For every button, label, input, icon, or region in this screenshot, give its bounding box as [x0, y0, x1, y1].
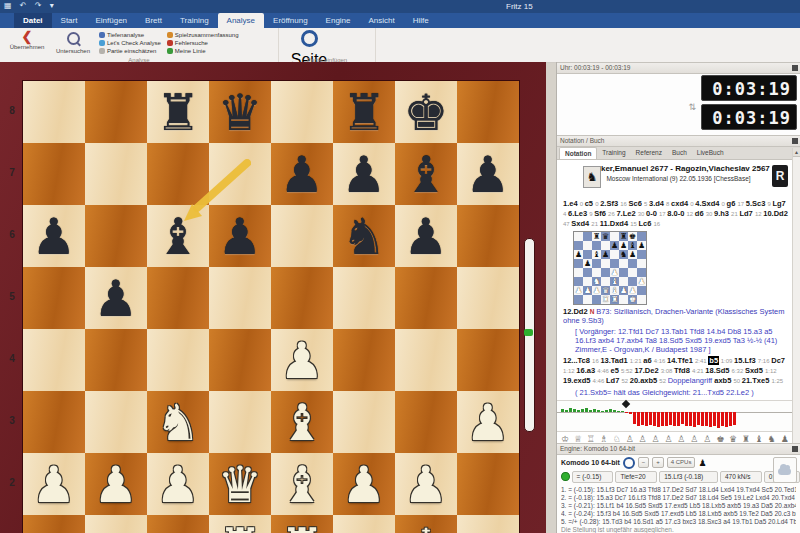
move-time: 3:08 — [661, 368, 674, 374]
square-f1[interactable] — [619, 295, 628, 304]
move-text[interactable]: 10.Dd2 — [763, 209, 788, 218]
square-a3[interactable] — [574, 277, 583, 286]
piece-black-pawn[interactable]: ♟ — [619, 241, 628, 250]
move-time: 1:12 — [563, 368, 576, 374]
more-lines-button[interactable]: + — [652, 457, 664, 468]
piece-white-pawn[interactable]: ♟ — [23, 453, 85, 515]
cloud-engine-button[interactable] — [773, 457, 797, 483]
move-text[interactable]: ( 21.Sxb5= hält das Gleichgewicht: 21...… — [575, 388, 754, 397]
tab-start[interactable]: Start — [52, 13, 87, 28]
piece-white-queen[interactable]: ♛ — [209, 453, 271, 515]
square-a7[interactable] — [23, 143, 85, 205]
current-move[interactable]: b5 — [708, 356, 719, 365]
piece-black-knight[interactable]: ♞ — [333, 205, 395, 267]
square-g2[interactable]: ♟ — [628, 286, 637, 295]
square-c3[interactable]: ♞ — [147, 391, 209, 453]
move-text[interactable]: [ Vorgänger: 12.Tfd1 Dc7 13.Tab1 Tfd8 14… — [575, 327, 777, 354]
clock-panel-header[interactable]: Uhr: 00:03:19 - 00:03:19 — [557, 62, 800, 74]
square-f7[interactable]: ♟ — [619, 241, 628, 250]
piece-white-queen[interactable]: ♛ — [601, 286, 610, 295]
square-c7[interactable] — [147, 143, 209, 205]
square-h8[interactable] — [457, 81, 519, 143]
ribbon-button[interactable]: Spielzusammenfassung — [167, 31, 239, 39]
scroll-up-arrow[interactable]: ▲ — [793, 148, 800, 157]
square-c5[interactable] — [147, 267, 209, 329]
square-e7[interactable]: ♟ — [610, 241, 619, 250]
piece-white-knight[interactable]: ♞ — [147, 391, 209, 453]
notation-scrollbar[interactable]: ▲ — [792, 148, 800, 443]
square-a4[interactable] — [574, 268, 583, 277]
square-b3[interactable] — [583, 277, 592, 286]
eval-bar — [569, 408, 572, 412]
engine-line[interactable]: 5. =/+ (-0.28): 15.Td3 b4 16.Sd1 a5 17.c… — [561, 518, 796, 526]
piece-white-rook[interactable]: ♜ — [271, 515, 333, 533]
piece-black-pawn[interactable]: ♟ — [628, 250, 637, 259]
tab-hilfe[interactable]: Hilfe — [404, 13, 438, 28]
piece-white-pawn[interactable]: ♟ — [592, 286, 601, 295]
move-text[interactable]: 14.Tfe1 — [667, 356, 695, 365]
square-e2[interactable]: ♝ — [610, 286, 619, 295]
move-text[interactable]: 2.Sf3 — [600, 199, 620, 208]
panel-menu-icon[interactable] — [792, 65, 798, 71]
square-h2[interactable] — [457, 453, 519, 515]
piece-black-pawn[interactable]: ♟ — [457, 143, 519, 205]
square-g6[interactable]: ♟ — [628, 250, 637, 259]
piece-black-pawn[interactable]: ♟ — [395, 205, 457, 267]
square-b3[interactable] — [85, 391, 147, 453]
square-g4[interactable] — [395, 329, 457, 391]
square-a4[interactable] — [23, 329, 85, 391]
square-d1[interactable]: ♜ — [209, 515, 271, 533]
cpus-button[interactable]: 4 CPUs — [667, 457, 696, 468]
piece-black-queen[interactable]: ♛ — [601, 232, 610, 241]
square-a6[interactable]: ♟ — [23, 205, 85, 267]
square-f8[interactable]: ♜ — [619, 232, 628, 241]
square-c5[interactable] — [592, 259, 601, 268]
square-f3[interactable] — [333, 391, 395, 453]
piece-black-knight[interactable]: ♞ — [619, 250, 628, 259]
move-text[interactable]: 1.e4 — [563, 199, 580, 208]
piece-white-pawn[interactable]: ♟ — [271, 329, 333, 391]
move-time: 4:46 — [593, 378, 606, 384]
square-h3[interactable]: ♟ — [637, 277, 646, 286]
move-text[interactable]: Sxd4 — [571, 219, 591, 228]
move-text[interactable]: 5.Sc3 — [746, 199, 768, 208]
square-b2[interactable]: ♟ — [85, 453, 147, 515]
square-c1[interactable] — [147, 515, 209, 533]
eval-bar — [729, 412, 732, 426]
ribbon-button[interactable]: Let's Check Analyse — [99, 39, 161, 47]
square-d5[interactable] — [209, 267, 271, 329]
notation-panel-header[interactable]: Notation / Buch — [557, 135, 800, 147]
piece-white-king[interactable]: ♚ — [628, 295, 637, 304]
piece-black-rook[interactable]: ♜ — [333, 81, 395, 143]
rank-label-5: 5 — [6, 291, 18, 302]
square-d8[interactable]: ♛ — [601, 232, 610, 241]
square-e7[interactable]: ♟ — [271, 143, 333, 205]
move-text[interactable]: 8.0-0 — [667, 209, 686, 218]
piece-black-pawn[interactable]: ♟ — [23, 205, 85, 267]
square-g5[interactable] — [395, 267, 457, 329]
piece-white-bishop[interactable]: ♝ — [610, 286, 619, 295]
square-e4[interactable]: ♟ — [610, 268, 619, 277]
square-h4[interactable] — [637, 268, 646, 277]
piece-white-bishop[interactable]: ♝ — [271, 391, 333, 453]
square-d6[interactable]: ♟ — [601, 250, 610, 259]
square-f4[interactable] — [619, 268, 628, 277]
right-panel: Uhr: 00:03:19 - 00:03:19 ⇅ 0:03:19 0:03:… — [556, 62, 800, 533]
square-a8[interactable] — [23, 81, 85, 143]
move-text[interactable]: Sc6 — [629, 199, 644, 208]
square-h6[interactable] — [457, 205, 519, 267]
engine-current-move: 15.Lf3 (-0.18) — [659, 471, 718, 483]
piece-black-rook[interactable]: ♜ — [147, 81, 209, 143]
square-d4[interactable] — [601, 268, 610, 277]
piece-white-king[interactable]: ♚ — [395, 515, 457, 533]
take-back-button[interactable]: ❮ Übernehmen — [4, 29, 50, 50]
move-text[interactable]: g6 — [727, 199, 738, 208]
square-g8[interactable]: ♚ — [395, 81, 457, 143]
move-text[interactable]: 3.d4 — [649, 199, 666, 208]
square-f5[interactable] — [619, 259, 628, 268]
square-g3[interactable] — [628, 277, 637, 286]
square-c3[interactable]: ♞ — [592, 277, 601, 286]
square-b8[interactable] — [85, 81, 147, 143]
square-e6[interactable] — [610, 250, 619, 259]
square-f3[interactable] — [619, 277, 628, 286]
move-text[interactable]: cxd4 — [671, 199, 690, 208]
piece-black-rook[interactable]: ♜ — [619, 232, 628, 241]
square-e1[interactable]: ♜ — [610, 295, 619, 304]
square-a1[interactable] — [23, 515, 85, 533]
square-b6[interactable] — [583, 250, 592, 259]
square-d1[interactable]: ♜ — [601, 295, 610, 304]
square-e8[interactable] — [271, 81, 333, 143]
square-b4[interactable] — [583, 268, 592, 277]
square-e5[interactable] — [610, 259, 619, 268]
square-h7[interactable]: ♟ — [457, 143, 519, 205]
square-f6[interactable]: ♞ — [619, 250, 628, 259]
piece-white-bishop[interactable]: ♝ — [271, 453, 333, 515]
eval-bar — [701, 412, 704, 426]
square-g7[interactable]: ♝ — [628, 241, 637, 250]
game-progress-slider[interactable] — [524, 238, 535, 432]
move-text[interactable]: 0-0 — [646, 209, 659, 218]
piece-white-pawn[interactable]: ♟ — [395, 453, 457, 515]
ribbon-button[interactable]: Fehlersuche — [167, 39, 239, 47]
square-g1[interactable]: ♚ — [628, 295, 637, 304]
quick-access-toolbar[interactable]: ▦ ↶ ↷ ▾ — [4, 1, 57, 10]
piece-black-pawn[interactable]: ♟ — [209, 205, 271, 267]
square-d7[interactable] — [601, 241, 610, 250]
square-f2[interactable]: ♟ — [333, 453, 395, 515]
piece-black-queen[interactable]: ♛ — [209, 81, 271, 143]
move-text[interactable]: 13.Tad1 — [600, 356, 629, 365]
square-g2[interactable]: ♟ — [395, 453, 457, 515]
square-b2[interactable]: ♟ — [583, 286, 592, 295]
eval-bar — [617, 411, 620, 412]
move-text[interactable]: Ld7 — [739, 209, 754, 218]
square-h5[interactable] — [637, 259, 646, 268]
piece-black-pawn[interactable]: ♟ — [610, 241, 619, 250]
move-text[interactable]: 21.Txe5 — [742, 376, 772, 385]
move-list: 1.e4 0 c5 0 2.Sf3 16 Sc6 5 3.d4 8 cxd4 0… — [557, 196, 800, 400]
piece-white-pawn[interactable]: ♟ — [583, 286, 592, 295]
square-c8[interactable]: ♜ — [147, 81, 209, 143]
piece-white-rook[interactable]: ♜ — [610, 295, 619, 304]
small-buttons-col1: TiefenanalyseLet's Check AnalysePartie e… — [99, 31, 161, 55]
slider-position-marker[interactable] — [524, 329, 533, 336]
square-a5[interactable] — [23, 267, 85, 329]
piece-black-pawn[interactable]: ♟ — [574, 250, 583, 259]
engine-line[interactable]: 3. = (-0.21): 15.Lf1 b4 16.Sd5 Sxd5 17.e… — [561, 502, 796, 510]
move-text[interactable]: 18.Sd5 — [705, 366, 731, 375]
move-text[interactable]: axb5 — [714, 376, 733, 385]
move-text[interactable]: a6 — [643, 356, 653, 365]
engine-panel: Engine: Komodo 10 64-bit Komodo 10 64-bi… — [557, 443, 800, 533]
square-e1[interactable]: ♜ — [271, 515, 333, 533]
piece-black-pawn[interactable]: ♟ — [583, 259, 592, 268]
square-d5[interactable] — [601, 259, 610, 268]
piece-white-pawn[interactable]: ♟ — [333, 453, 395, 515]
tab-analyse[interactable]: Analyse — [218, 13, 264, 28]
game-header: ♞ Lasker,Emanuel 2677 - Ragozin,Viachesl… — [557, 160, 800, 196]
square-h1[interactable] — [637, 295, 646, 304]
square-d3[interactable] — [209, 391, 271, 453]
square-e8[interactable] — [610, 232, 619, 241]
square-a8[interactable] — [574, 232, 583, 241]
square-c8[interactable]: ♜ — [592, 232, 601, 241]
square-h6[interactable] — [637, 250, 646, 259]
piece-black-king[interactable]: ♚ — [395, 81, 457, 143]
move-text[interactable]: Sf6 — [594, 209, 608, 218]
move-text[interactable]: 20.axb5 — [630, 376, 660, 385]
square-h5[interactable] — [457, 267, 519, 329]
square-f8[interactable]: ♜ — [333, 81, 395, 143]
square-h4[interactable] — [457, 329, 519, 391]
piece-white-pawn[interactable]: ♟ — [457, 391, 519, 453]
square-b7[interactable] — [583, 241, 592, 250]
square-c7[interactable] — [592, 241, 601, 250]
piece-white-bishop[interactable]: ♝ — [610, 277, 619, 286]
tab-engine[interactable]: Engine — [317, 13, 360, 28]
move-text[interactable]: Lg7 — [772, 199, 785, 208]
panel-menu-icon[interactable] — [792, 138, 798, 144]
eval-bar — [713, 412, 716, 426]
piece-black-bishop[interactable]: ♝ — [592, 250, 601, 259]
piece-white-pawn[interactable]: ♟ — [619, 286, 628, 295]
engine-line[interactable]: 1. = (-0.15): 15.Lf3 Dc7 16.a3 Tfd8 17.D… — [561, 486, 796, 494]
tab-eröffnung[interactable]: Eröffnung — [264, 13, 317, 28]
square-h7[interactable]: ♟ — [637, 241, 646, 250]
ribbon-button[interactable]: Meine Linie — [167, 47, 239, 55]
square-d8[interactable]: ♛ — [209, 81, 271, 143]
square-b4[interactable] — [85, 329, 147, 391]
move-text[interactable]: 16.a3 — [576, 366, 597, 375]
engine-lines: 1. = (-0.15): 15.Lf3 Dc7 16.a3 Tfd8 17.D… — [557, 483, 800, 526]
piece-black-king[interactable]: ♚ — [628, 232, 637, 241]
ribbon-button[interactable]: Partie einschätzen — [99, 47, 161, 55]
square-h3[interactable]: ♟ — [457, 391, 519, 453]
square-e3[interactable]: ♝ — [271, 391, 333, 453]
square-c6[interactable]: ♝ — [592, 250, 601, 259]
square-a1[interactable] — [574, 295, 583, 304]
notation-tab-buch[interactable]: Buch — [667, 147, 692, 159]
square-b1[interactable] — [583, 295, 592, 304]
notation-tab-training[interactable]: Training — [597, 147, 630, 159]
evaluation-profile[interactable] — [557, 400, 800, 431]
piece-black-pawn[interactable]: ♟ — [601, 250, 610, 259]
ribbon-button[interactable]: Tiefenanalyse — [99, 31, 161, 39]
square-e6[interactable] — [271, 205, 333, 267]
square-d7[interactable] — [209, 143, 271, 205]
piece-black-rook[interactable]: ♜ — [592, 232, 601, 241]
engine-panel-header[interactable]: Engine: Komodo 10 64-bit — [557, 443, 800, 455]
panel-menu-icon[interactable] — [792, 446, 798, 452]
engine-line[interactable]: 4. = (-0.24): 15.f3 b4 16.Sd5 Sxd5 17.ex… — [561, 510, 796, 518]
square-c6[interactable]: ♝ — [147, 205, 209, 267]
move-text[interactable]: c5 — [585, 199, 595, 208]
square-b5[interactable]: ♟ — [583, 259, 592, 268]
piece-white-pawn[interactable]: ♟ — [85, 453, 147, 515]
move-text[interactable]: 12...Tc8 — [563, 356, 592, 365]
move-text[interactable]: Ld7 — [606, 376, 621, 385]
move-text[interactable]: e5 — [611, 366, 621, 375]
square-c2[interactable]: ♟ — [147, 453, 209, 515]
move-text[interactable]: 17.De2 — [634, 366, 660, 375]
tab-einfügen[interactable]: Einfügen — [86, 13, 136, 28]
square-d2[interactable]: ♛ — [209, 453, 271, 515]
square-h2[interactable] — [637, 286, 646, 295]
square-b6[interactable] — [85, 205, 147, 267]
notation-tab-livebuch[interactable]: LiveBuch — [692, 147, 729, 159]
move-text[interactable]: 9.h3 — [714, 209, 731, 218]
square-f2[interactable]: ♟ — [619, 286, 628, 295]
piece-black-pawn[interactable]: ♟ — [637, 241, 646, 250]
piece-white-rook[interactable]: ♜ — [209, 515, 271, 533]
piece-black-pawn[interactable]: ♟ — [271, 143, 333, 205]
square-a2[interactable]: ♟ — [23, 453, 85, 515]
move-text[interactable]: 4.Sxd4 — [695, 199, 721, 208]
move-text[interactable]: 11.Dxd4 — [600, 219, 630, 228]
eval-bar — [681, 412, 684, 424]
inspect-button[interactable]: Untersuchen — [50, 29, 96, 54]
eval-bar — [621, 411, 624, 412]
square-c1[interactable] — [592, 295, 601, 304]
square-a3[interactable] — [23, 391, 85, 453]
move-text[interactable]: Dc7 — [771, 356, 785, 365]
piece-black-bishop[interactable]: ♝ — [147, 205, 209, 267]
square-h1[interactable] — [457, 515, 519, 533]
piece-white-knight[interactable]: ♞ — [592, 277, 601, 286]
move-text[interactable]: Sxd5 — [745, 366, 765, 375]
square-b5[interactable]: ♟ — [85, 267, 147, 329]
square-h8[interactable] — [637, 232, 646, 241]
notation-tab-notation[interactable]: Notation — [559, 147, 597, 159]
square-c4[interactable] — [147, 329, 209, 391]
piece-black-bishop[interactable]: ♝ — [395, 143, 457, 205]
tab-ansicht[interactable]: Ansicht — [360, 13, 404, 28]
fewer-lines-button[interactable]: − — [638, 457, 650, 468]
piece-white-pawn[interactable]: ♟ — [637, 277, 646, 286]
notation-diagram: ♜♛♜♚♟♟♝♟♟♝♟♞♟♟♟♞♝♟♟♟♟♛♝♟♟♜♜♚ — [573, 231, 647, 305]
square-e2[interactable]: ♝ — [271, 453, 333, 515]
square-e3[interactable]: ♝ — [610, 277, 619, 286]
piece-black-pawn[interactable]: ♟ — [333, 143, 395, 205]
square-b7[interactable] — [85, 143, 147, 205]
square-a7[interactable] — [574, 241, 583, 250]
move-text[interactable]: 7.Le2 — [616, 209, 637, 218]
square-a5[interactable] — [574, 259, 583, 268]
square-e5[interactable] — [271, 267, 333, 329]
square-g4[interactable] — [628, 268, 637, 277]
move-text[interactable]: Doppelangriff — [668, 376, 715, 385]
square-g5[interactable] — [628, 259, 637, 268]
square-b1[interactable] — [85, 515, 147, 533]
move-text[interactable]: B73: Sizilianisch, Drachen-Variante (Kla… — [563, 307, 784, 325]
square-b8[interactable] — [583, 232, 592, 241]
square-d4[interactable] — [209, 329, 271, 391]
square-f4[interactable] — [333, 329, 395, 391]
move-text[interactable]: Tfd8 — [674, 366, 692, 375]
board-thumbnail-icon: ♞ — [583, 166, 601, 188]
square-f1[interactable] — [333, 515, 395, 533]
piece-white-pawn[interactable]: ♟ — [628, 286, 637, 295]
move-text[interactable]: 19.exd5 — [563, 376, 593, 385]
square-d2[interactable]: ♛ — [601, 286, 610, 295]
piece-white-pawn[interactable]: ♟ — [610, 268, 619, 277]
tab-brett[interactable]: Brett — [136, 13, 171, 28]
square-a6[interactable]: ♟ — [574, 250, 583, 259]
square-f6[interactable]: ♞ — [333, 205, 395, 267]
square-c4[interactable] — [592, 268, 601, 277]
engine-switch-icon[interactable] — [623, 457, 635, 469]
square-g1[interactable]: ♚ — [395, 515, 457, 533]
tab-training[interactable]: Training — [171, 13, 218, 28]
move-text[interactable]: d6 — [695, 209, 706, 218]
piece-white-pawn[interactable]: ♟ — [147, 453, 209, 515]
piece-white-rook[interactable]: ♜ — [601, 295, 610, 304]
square-g3[interactable] — [395, 391, 457, 453]
move-time: 6:32 — [732, 368, 745, 374]
swap-clocks-icon[interactable]: ⇅ — [688, 102, 696, 112]
piece-black-bishop[interactable]: ♝ — [628, 241, 637, 250]
square-c2[interactable]: ♟ — [592, 286, 601, 295]
square-f5[interactable] — [333, 267, 395, 329]
square-g6[interactable]: ♟ — [395, 205, 457, 267]
eval-bar — [645, 412, 648, 426]
square-f7[interactable]: ♟ — [333, 143, 395, 205]
square-d3[interactable] — [601, 277, 610, 286]
piece-black-pawn[interactable]: ♟ — [85, 267, 147, 329]
back-arrow-icon: ❮ — [4, 30, 50, 44]
move-time: 30 — [706, 211, 714, 217]
notation-tab-referenz[interactable]: Referenz — [631, 147, 667, 159]
tab-datei[interactable]: Datei — [14, 13, 52, 28]
move-time: 4:46 — [597, 368, 610, 374]
square-a2[interactable]: ♟ — [574, 286, 583, 295]
move-text[interactable]: Lc6 — [638, 219, 653, 228]
piece-white-pawn[interactable]: ♟ — [574, 286, 583, 295]
square-g7[interactable]: ♝ — [395, 143, 457, 205]
engine-line[interactable]: 2. = (-0.18): 15.a3 Dc7 16.Lf3 Tfd8 17.D… — [561, 494, 796, 502]
square-e4[interactable]: ♟ — [271, 329, 333, 391]
move-text[interactable]: 15.Lf3 — [734, 356, 758, 365]
square-g8[interactable]: ♚ — [628, 232, 637, 241]
move-text[interactable]: 12.Dd2 — [563, 307, 590, 316]
move-text[interactable]: 6.Le3 — [568, 209, 589, 218]
square-d6[interactable]: ♟ — [209, 205, 271, 267]
